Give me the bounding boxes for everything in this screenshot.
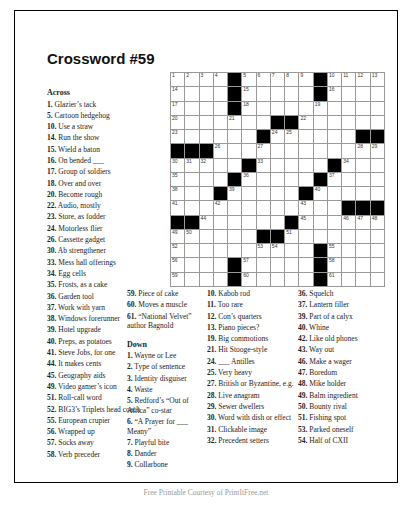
grid-cell[interactable]: 37 (328, 173, 341, 186)
grid-cell[interactable]: 41 (171, 201, 184, 214)
grid-cell[interactable] (228, 201, 241, 214)
grid-cell[interactable] (371, 258, 384, 271)
grid-cell[interactable] (271, 216, 284, 229)
grid-cell[interactable] (314, 130, 327, 143)
clue-number: 29. (207, 402, 216, 411)
grid-cell[interactable] (328, 201, 341, 214)
grid-cell[interactable] (271, 159, 284, 172)
grid-cell[interactable] (200, 130, 213, 143)
crossword-page: Crossword #59 12345678910111213141516171… (0, 0, 412, 530)
cell-number: 18 (243, 102, 249, 107)
grid-cell[interactable] (214, 116, 227, 129)
grid-cell[interactable]: 17 (171, 102, 184, 115)
cell-number: 20 (172, 116, 178, 121)
grid-cell[interactable] (242, 144, 255, 157)
grid-cell[interactable] (242, 201, 255, 214)
grid-cell[interactable]: 1 (171, 73, 184, 86)
grid-cell[interactable] (328, 130, 341, 143)
clue-number: 39. (298, 312, 307, 321)
grid-cell[interactable] (356, 87, 369, 100)
grid-cell[interactable] (314, 201, 327, 214)
grid-cell[interactable] (299, 258, 312, 271)
grid-cell[interactable] (299, 87, 312, 100)
grid-cell[interactable] (214, 130, 227, 143)
grid-cell[interactable] (314, 144, 327, 157)
grid-cell[interactable]: 57 (242, 258, 255, 271)
grid-cell-black (285, 116, 298, 129)
grid-cell[interactable]: 51 (285, 230, 298, 243)
clue-number: 49. (47, 382, 56, 391)
grid-cell[interactable] (356, 273, 369, 286)
clue-number: 34. (47, 269, 56, 278)
grid-cell-black (228, 258, 241, 271)
cell-number: 56 (172, 258, 178, 263)
grid-cell[interactable] (257, 216, 270, 229)
grid-cell[interactable]: 5 (242, 73, 255, 86)
grid-cell[interactable] (371, 116, 384, 129)
cell-number: 3 (201, 73, 204, 78)
grid-cell[interactable] (371, 187, 384, 200)
grid-cell[interactable] (299, 144, 312, 157)
grid-cell[interactable]: 23 (171, 130, 184, 143)
clue-down-19: 19. Big commotions (207, 334, 295, 344)
cell-number: 45 (300, 216, 306, 221)
cell-number: 28 (357, 144, 363, 149)
grid-cell[interactable] (299, 244, 312, 257)
clue-across-15: 15. Wield a baton (47, 145, 147, 155)
grid-cell[interactable] (371, 102, 384, 115)
clue-down-53: 53. Parked oneself (298, 425, 392, 435)
grid-cell[interactable] (257, 187, 270, 200)
cell-number: 50 (186, 230, 192, 235)
clue-number: 35. (47, 280, 56, 289)
grid-cell[interactable] (271, 273, 284, 286)
clue-number: 5. (127, 396, 133, 405)
clue-number: 31. (207, 425, 216, 434)
clue-number: 61. (127, 312, 136, 321)
grid-cell[interactable] (185, 244, 198, 257)
grid-cell[interactable] (285, 144, 298, 157)
grid-cell[interactable] (214, 102, 227, 115)
grid-cell[interactable] (271, 144, 284, 157)
grid-cell[interactable] (342, 130, 355, 143)
grid-cell[interactable]: 58 (328, 258, 341, 271)
clue-down-10: 10. Kabob rod (207, 289, 295, 299)
clue-number: 7. (127, 438, 133, 447)
clue-number: 40. (47, 337, 56, 346)
grid-cell[interactable]: 7 (271, 73, 284, 86)
clue-down-40: 40. Whine (298, 323, 392, 333)
grid-cell[interactable] (200, 116, 213, 129)
grid-cell-black (314, 273, 327, 286)
grid-cell[interactable] (328, 216, 341, 229)
clue-number: 25. (207, 368, 216, 377)
grid-cell-black (299, 187, 312, 200)
clue-down-49: 49. Balm ingredient (298, 391, 392, 401)
grid-cell[interactable]: 27 (257, 144, 270, 157)
clue-down-24: 24. ___ Antilles (207, 357, 295, 367)
grid-cell[interactable] (214, 87, 227, 100)
grid-cell[interactable]: 54 (271, 244, 284, 257)
grid-cell[interactable] (342, 173, 355, 186)
grid-cell[interactable]: 47 (356, 216, 369, 229)
grid-cell[interactable] (356, 116, 369, 129)
grid-cell[interactable] (356, 244, 369, 257)
grid-cell[interactable] (356, 173, 369, 186)
clue-down-12: 12. Con’s quarters (207, 312, 295, 322)
clue-down-27: 27. British or Byzantine, e.g. (207, 379, 295, 389)
grid-cell[interactable]: 18 (242, 102, 255, 115)
grid-cell[interactable] (200, 173, 213, 186)
clue-down-46: 46. Make a wager (298, 357, 392, 367)
grid-cell[interactable] (214, 216, 227, 229)
grid-cell[interactable] (371, 173, 384, 186)
grid-cell[interactable] (328, 187, 341, 200)
grid-cell[interactable]: 53 (257, 244, 270, 257)
grid-cell[interactable] (200, 102, 213, 115)
grid-cell[interactable] (314, 159, 327, 172)
grid-cell[interactable] (185, 187, 198, 200)
grid-cell[interactable]: 16 (328, 87, 341, 100)
grid-cell[interactable] (356, 187, 369, 200)
grid-cell[interactable]: 59 (171, 273, 184, 286)
grid-cell[interactable] (185, 87, 198, 100)
grid-cell[interactable] (356, 102, 369, 115)
grid-cell[interactable]: 46 (342, 216, 355, 229)
grid-cell[interactable] (271, 187, 284, 200)
grid-cell[interactable]: 42 (214, 201, 227, 214)
clue-number: 38. (47, 314, 56, 323)
grid-cell-black (171, 216, 184, 229)
grid-cell[interactable]: 11 (342, 73, 355, 86)
grid-cell-black (257, 230, 270, 243)
cell-number: 42 (215, 201, 221, 206)
grid-cell[interactable] (242, 130, 255, 143)
grid-cell[interactable] (285, 102, 298, 115)
grid-cell[interactable] (200, 258, 213, 271)
grid-cell[interactable]: 2 (185, 73, 198, 86)
grid-cell[interactable] (242, 230, 255, 243)
clue-number: 33. (47, 258, 56, 267)
grid-cell[interactable] (299, 159, 312, 172)
grid-cell[interactable] (185, 273, 198, 286)
grid-cell[interactable] (342, 258, 355, 271)
grid-cell[interactable]: 14 (171, 87, 184, 100)
grid-cell[interactable]: 49 (171, 230, 184, 243)
grid-cell[interactable] (200, 244, 213, 257)
clue-number: 10. (207, 289, 216, 298)
grid-cell[interactable] (185, 116, 198, 129)
cell-number: 35 (172, 173, 178, 178)
cell-number: 7 (272, 73, 275, 78)
grid-cell[interactable] (228, 216, 241, 229)
grid-cell[interactable] (257, 87, 270, 100)
grid-cell[interactable] (257, 258, 270, 271)
grid-cell[interactable] (342, 87, 355, 100)
grid-cell[interactable]: 29 (371, 144, 384, 157)
grid-cell[interactable] (271, 102, 284, 115)
grid-cell[interactable] (185, 173, 198, 186)
grid-cell[interactable] (228, 130, 241, 143)
grid-cell[interactable] (299, 230, 312, 243)
clue-down-21: 21. Hit Stooge-style (207, 345, 295, 355)
clue-column-2: 59. Piece of cake60. Moves a muscle61. “… (127, 289, 211, 472)
grid-cell[interactable]: 21 (228, 116, 241, 129)
cell-number: 16 (329, 87, 335, 92)
grid-cell[interactable] (371, 230, 384, 243)
grid-cell[interactable] (257, 273, 270, 286)
grid-cell[interactable] (271, 201, 284, 214)
cell-number: 51 (286, 230, 292, 235)
grid-cell[interactable] (342, 244, 355, 257)
grid-cell[interactable] (200, 187, 213, 200)
grid-cell[interactable] (228, 159, 241, 172)
grid-cell[interactable] (299, 102, 312, 115)
cell-number: 26 (215, 144, 221, 149)
grid-cell[interactable]: 56 (171, 258, 184, 271)
grid-cell[interactable] (200, 230, 213, 243)
grid-cell-black (185, 144, 198, 157)
grid-cell[interactable]: 31 (185, 159, 198, 172)
grid-cell[interactable] (356, 258, 369, 271)
clue-across-60: 60. Moves a muscle (127, 300, 211, 310)
grid-cell[interactable]: 61 (328, 273, 341, 286)
cell-number: 17 (172, 102, 178, 107)
grid-cell[interactable] (314, 116, 327, 129)
grid-cell[interactable] (257, 201, 270, 214)
grid-cell[interactable]: 44 (200, 216, 213, 229)
grid-cell[interactable] (214, 230, 227, 243)
grid-cell[interactable] (342, 102, 355, 115)
grid-cell[interactable]: 33 (257, 159, 270, 172)
grid-cell[interactable]: 12 (356, 73, 369, 86)
clue-number: 24. (47, 224, 56, 233)
clue-number: 28. (207, 391, 216, 400)
grid-cell[interactable]: 34 (342, 159, 355, 172)
grid-cell[interactable] (242, 244, 255, 257)
clue-number: 11. (207, 300, 216, 309)
clue-number: 22. (47, 201, 56, 210)
grid-cell[interactable]: 24 (271, 130, 284, 143)
grid-cell[interactable] (242, 116, 255, 129)
grid-cell[interactable] (285, 258, 298, 271)
grid-cell[interactable] (271, 87, 284, 100)
footer-credit: Free Printable Courtesy of PrintItFree.n… (0, 488, 412, 497)
grid-cell-black (214, 187, 227, 200)
grid-cell[interactable] (328, 144, 341, 157)
grid-cell[interactable] (285, 159, 298, 172)
grid-cell[interactable] (242, 216, 255, 229)
grid-cell[interactable] (371, 273, 384, 286)
grid-cell[interactable]: 6 (257, 73, 270, 86)
grid-cell[interactable]: 3 (200, 73, 213, 86)
cell-number: 32 (201, 159, 207, 164)
grid-cell[interactable] (200, 273, 213, 286)
grid-cell[interactable]: 15 (242, 87, 255, 100)
grid-cell[interactable]: 60 (242, 273, 255, 286)
clue-number: 9. (127, 460, 133, 469)
grid-cell[interactable] (185, 258, 198, 271)
grid-cell[interactable]: 9 (299, 73, 312, 86)
cell-number: 44 (201, 216, 207, 221)
grid-cell[interactable] (257, 116, 270, 129)
grid-cell[interactable] (342, 273, 355, 286)
grid-cell[interactable] (314, 216, 327, 229)
grid-cell[interactable] (214, 258, 227, 271)
grid-cell[interactable] (228, 244, 241, 257)
grid-cell[interactable] (228, 144, 241, 157)
grid-cell[interactable] (242, 187, 255, 200)
cell-number: 52 (172, 244, 178, 249)
grid-cell[interactable] (228, 230, 241, 243)
cell-number: 54 (272, 244, 278, 249)
grid-cell[interactable] (185, 130, 198, 143)
grid-cell-black (271, 230, 284, 243)
clue-number: 20. (47, 190, 56, 199)
grid-cell[interactable] (299, 173, 312, 186)
cell-number: 46 (343, 216, 349, 221)
grid-cell[interactable]: 13 (371, 73, 384, 86)
grid-cell[interactable]: 39 (228, 187, 241, 200)
grid-cell[interactable]: 43 (299, 201, 312, 214)
clue-number: 54. (298, 436, 307, 445)
clue-down-54: 54. Half of CXII (298, 436, 392, 446)
clue-across-14: 14. Run the show (47, 133, 147, 143)
grid-cell[interactable]: 19 (314, 102, 327, 115)
grid-cell[interactable] (342, 187, 355, 200)
grid-cell[interactable] (371, 87, 384, 100)
grid-cell[interactable] (214, 273, 227, 286)
grid-cell[interactable] (285, 187, 298, 200)
grid-cell[interactable] (285, 201, 298, 214)
grid-cell[interactable] (185, 201, 198, 214)
clue-number: 60. (127, 300, 136, 309)
clue-number: 27. (207, 379, 216, 388)
grid-cell[interactable] (214, 244, 227, 257)
clue-across-59: 59. Piece of cake (127, 289, 211, 299)
clue-down-42: 42. Like old phones (298, 334, 392, 344)
clue-across-24: 24. Motorless flier (47, 224, 147, 234)
grid-cell[interactable]: 40 (314, 187, 327, 200)
grid-cell[interactable]: 30 (171, 159, 184, 172)
clue-number: 1. (47, 100, 53, 109)
grid-cell[interactable]: 45 (299, 216, 312, 229)
grid-cell-black (285, 216, 298, 229)
cell-number: 24 (272, 130, 278, 135)
grid-cell[interactable] (328, 102, 341, 115)
grid-cell-black (314, 244, 327, 257)
grid-cell-black (257, 130, 270, 143)
grid-cell[interactable] (285, 273, 298, 286)
grid-cell-black (314, 173, 327, 186)
grid-cell-black (228, 87, 241, 100)
grid-cell[interactable]: 38 (171, 187, 184, 200)
grid-cell-black (342, 201, 355, 214)
clue-across-17: 17. Group of soldiers (47, 167, 147, 177)
grid-cell-black (185, 216, 198, 229)
grid-cell[interactable] (257, 102, 270, 115)
clue-number: 52. (47, 405, 56, 414)
grid-cell[interactable]: 4 (214, 73, 227, 86)
grid-cell[interactable]: 32 (200, 159, 213, 172)
grid-cell-black (242, 159, 255, 172)
grid-cell-black (371, 201, 384, 214)
grid-cell[interactable] (371, 244, 384, 257)
grid-cell[interactable]: 26 (214, 144, 227, 157)
grid-cell[interactable] (185, 102, 198, 115)
clue-number: 56. (47, 427, 56, 436)
grid-cell[interactable]: 28 (356, 144, 369, 157)
cell-number: 43 (300, 201, 306, 206)
grid-cell[interactable] (200, 201, 213, 214)
grid-cell[interactable] (342, 144, 355, 157)
grid-cell[interactable] (285, 173, 298, 186)
grid-cell[interactable] (200, 87, 213, 100)
grid-cell[interactable] (299, 273, 312, 286)
grid-cell[interactable]: 36 (242, 173, 255, 186)
grid-cell[interactable] (257, 173, 270, 186)
clue-down-30: 30. Word with dish or effect (207, 413, 295, 423)
grid-cell[interactable] (214, 173, 227, 186)
grid-cell[interactable]: 20 (171, 116, 184, 129)
grid-cell[interactable] (299, 130, 312, 143)
cell-number: 6 (258, 73, 261, 78)
grid-cell[interactable] (342, 230, 355, 243)
grid-cell[interactable]: 50 (185, 230, 198, 243)
grid-cell[interactable] (271, 258, 284, 271)
grid-cell[interactable]: 22 (299, 116, 312, 129)
clue-number: 36. (298, 289, 307, 298)
clue-number: 59. (127, 289, 136, 298)
clue-number: 42. (298, 334, 307, 343)
clue-number: 57. (47, 438, 56, 447)
clue-number: 4. (127, 385, 133, 394)
grid-cell[interactable]: 25 (285, 130, 298, 143)
clue-number: 37. (298, 300, 307, 309)
grid-cell[interactable]: 48 (371, 216, 384, 229)
clue-down-8: 8. Dander (127, 449, 211, 459)
grid-cell[interactable]: 55 (328, 244, 341, 257)
clue-number: 55. (47, 416, 56, 425)
grid-cell[interactable] (314, 230, 327, 243)
clue-number: 17. (47, 167, 56, 176)
cell-number: 13 (372, 73, 378, 78)
grid-cell[interactable] (342, 116, 355, 129)
clue-across-5: 5. Cartoon hedgehog (47, 111, 147, 121)
grid-cell[interactable]: 35 (171, 173, 184, 186)
grid-cell[interactable] (214, 159, 227, 172)
grid-cell[interactable] (271, 173, 284, 186)
grid-cell[interactable] (328, 230, 341, 243)
grid-cell[interactable] (328, 116, 341, 129)
across-header: Across (47, 88, 147, 98)
cell-number: 19 (315, 102, 321, 107)
clue-down-9: 9. Collarbone (127, 460, 211, 470)
grid-cell[interactable] (371, 159, 384, 172)
grid-cell[interactable]: 10 (328, 73, 341, 86)
clue-across-30: 30. Ab strengthener (47, 246, 147, 256)
cell-number: 39 (229, 187, 235, 192)
grid-cell[interactable] (356, 159, 369, 172)
grid-cell[interactable]: 52 (171, 244, 184, 257)
clue-number: 58. (47, 450, 56, 459)
grid-cell[interactable] (285, 244, 298, 257)
grid-cell[interactable] (285, 87, 298, 100)
clue-number: 6. (127, 417, 133, 426)
grid-cell[interactable] (356, 230, 369, 243)
grid-cell[interactable]: 8 (285, 73, 298, 86)
clue-number: 39. (47, 325, 56, 334)
